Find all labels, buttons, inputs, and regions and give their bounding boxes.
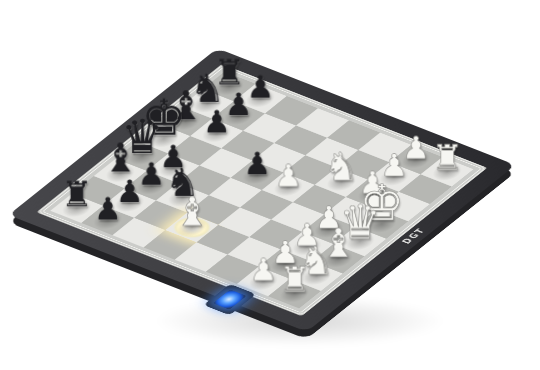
white-rook-icon: ♜ — [265, 263, 325, 298]
black-pawn-icon: ♟ — [78, 193, 138, 224]
chess-board: ♜♝♛♚♝♞♜♟♟♟♟♟♟♟♞♟♝♟♞♟♟♟♟♟♟♟♜♞♝♛♚♜ DGT — [9, 48, 516, 331]
white-bishop-icon: ♝ — [162, 191, 222, 231]
piece-white-bishop-b5: ♝ — [165, 213, 218, 243]
product-photo-canvas: ♜♝♛♚♝♞♜♟♟♟♟♟♟♟♞♟♝♟♞♟♟♟♟♟♟♟♜♞♝♛♚♜ DGT — [0, 0, 540, 370]
